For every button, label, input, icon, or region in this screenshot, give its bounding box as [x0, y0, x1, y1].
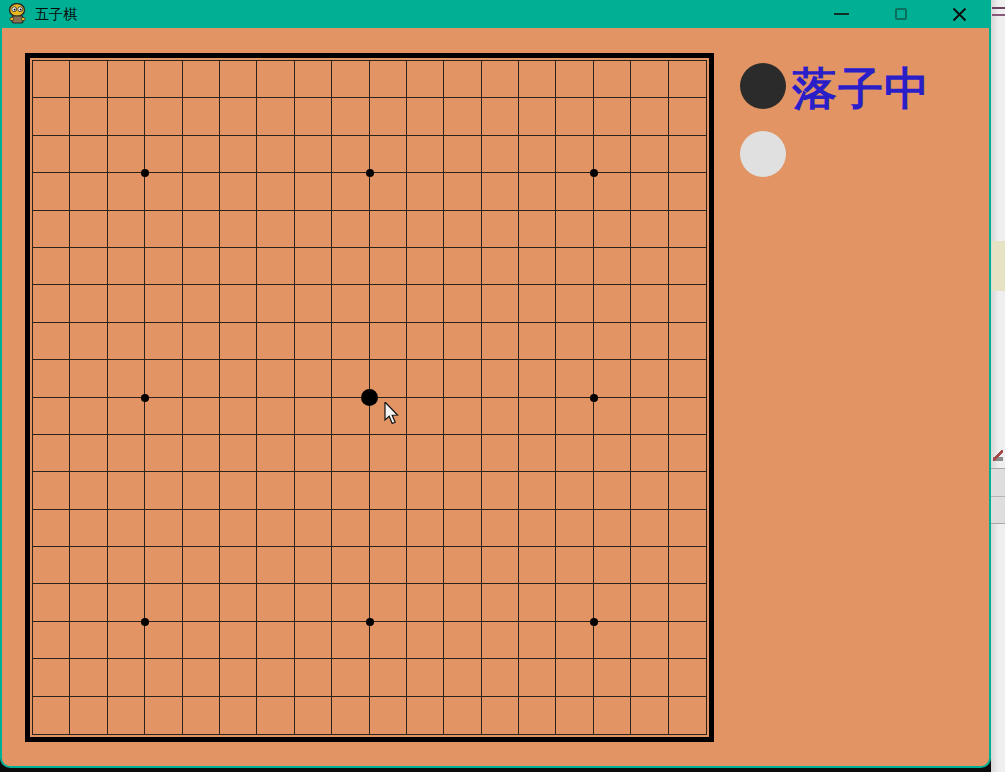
board-cell[interactable] — [183, 435, 220, 472]
board-cell[interactable] — [257, 584, 294, 621]
close-button[interactable] — [942, 0, 976, 28]
board-cell[interactable] — [631, 98, 668, 135]
board-cell[interactable] — [145, 61, 182, 98]
board-cell[interactable] — [220, 547, 257, 584]
board-cell[interactable] — [295, 98, 332, 135]
board-cell[interactable] — [444, 248, 481, 285]
board-cell[interactable] — [370, 323, 407, 360]
board-cell[interactable] — [594, 697, 631, 734]
board-cell[interactable] — [33, 622, 70, 659]
board-cell[interactable] — [669, 173, 706, 210]
board-cell[interactable] — [220, 173, 257, 210]
board-cell[interactable] — [556, 136, 593, 173]
board-cell[interactable] — [220, 211, 257, 248]
board-cell[interactable] — [556, 659, 593, 696]
board-cell[interactable] — [482, 248, 519, 285]
board-cell[interactable] — [631, 547, 668, 584]
board-cell[interactable] — [594, 510, 631, 547]
board-cell[interactable] — [556, 398, 593, 435]
board-cell[interactable] — [444, 622, 481, 659]
board-cell[interactable] — [631, 510, 668, 547]
board-cell[interactable] — [370, 659, 407, 696]
board-cell[interactable] — [631, 435, 668, 472]
background-window-edge[interactable] — [991, 0, 1005, 772]
board-cell[interactable] — [33, 360, 70, 397]
board-cell[interactable] — [183, 360, 220, 397]
board-cell[interactable] — [370, 547, 407, 584]
board-cell[interactable] — [669, 248, 706, 285]
board-cell[interactable] — [669, 510, 706, 547]
board-cell[interactable] — [669, 659, 706, 696]
black-stone[interactable] — [361, 389, 378, 406]
board-cell[interactable] — [295, 435, 332, 472]
board-cell[interactable] — [108, 659, 145, 696]
board-cell[interactable] — [519, 248, 556, 285]
board-cell[interactable] — [183, 136, 220, 173]
board-cell[interactable] — [594, 435, 631, 472]
board-cell[interactable] — [183, 173, 220, 210]
board-cell[interactable] — [332, 584, 369, 621]
board-cell[interactable] — [556, 211, 593, 248]
board-cell[interactable] — [332, 173, 369, 210]
board-cell[interactable] — [482, 435, 519, 472]
board-cell[interactable] — [556, 360, 593, 397]
board-cell[interactable] — [295, 510, 332, 547]
board-cell[interactable] — [556, 697, 593, 734]
board-cell[interactable] — [145, 547, 182, 584]
board-cell[interactable] — [631, 285, 668, 322]
board-cell[interactable] — [332, 248, 369, 285]
board-cell[interactable] — [631, 248, 668, 285]
board-cell[interactable] — [482, 697, 519, 734]
board-cell[interactable] — [257, 285, 294, 322]
board-cell[interactable] — [556, 472, 593, 509]
board-cell[interactable] — [332, 136, 369, 173]
board-cell[interactable] — [108, 360, 145, 397]
board-cell[interactable] — [33, 211, 70, 248]
board-cell[interactable] — [631, 136, 668, 173]
board-cell[interactable] — [519, 211, 556, 248]
board-cell[interactable] — [631, 584, 668, 621]
board-cell[interactable] — [370, 472, 407, 509]
board-cell[interactable] — [220, 323, 257, 360]
board-cell[interactable] — [220, 472, 257, 509]
board-cell[interactable] — [444, 285, 481, 322]
board-cell[interactable] — [295, 360, 332, 397]
board-cell[interactable] — [332, 547, 369, 584]
board-cell[interactable] — [556, 435, 593, 472]
board-cell[interactable] — [556, 547, 593, 584]
board-cell[interactable] — [669, 285, 706, 322]
board-cell[interactable] — [70, 323, 107, 360]
board-cell[interactable] — [519, 472, 556, 509]
board-cell[interactable] — [407, 697, 444, 734]
board-cell[interactable] — [407, 510, 444, 547]
board-cell[interactable] — [295, 61, 332, 98]
board-cell[interactable] — [407, 248, 444, 285]
board-cell[interactable] — [407, 360, 444, 397]
board-cell[interactable] — [519, 697, 556, 734]
board-cell[interactable] — [257, 136, 294, 173]
board-cell[interactable] — [332, 435, 369, 472]
board-cell[interactable] — [444, 584, 481, 621]
board-cell[interactable] — [631, 61, 668, 98]
board-cell[interactable] — [370, 584, 407, 621]
board-cell[interactable] — [594, 61, 631, 98]
board-cell[interactable] — [631, 360, 668, 397]
board-cell[interactable] — [145, 622, 182, 659]
board-cell[interactable] — [669, 136, 706, 173]
board-cell[interactable] — [257, 435, 294, 472]
board-cell[interactable] — [295, 697, 332, 734]
board-cell[interactable] — [482, 472, 519, 509]
board-cell[interactable] — [556, 98, 593, 135]
board-cell[interactable] — [482, 323, 519, 360]
board-cell[interactable] — [444, 398, 481, 435]
board-cell[interactable] — [631, 398, 668, 435]
board-cell[interactable] — [482, 285, 519, 322]
board-cell[interactable] — [257, 61, 294, 98]
board-cell[interactable] — [594, 547, 631, 584]
board-cell[interactable] — [220, 136, 257, 173]
board-cell[interactable] — [295, 136, 332, 173]
board-cell[interactable] — [444, 173, 481, 210]
board-cell[interactable] — [145, 98, 182, 135]
board-cell[interactable] — [108, 697, 145, 734]
board-cell[interactable] — [556, 285, 593, 322]
board-cell[interactable] — [145, 435, 182, 472]
board-cell[interactable] — [556, 61, 593, 98]
board-cell[interactable] — [145, 697, 182, 734]
board-cell[interactable] — [70, 98, 107, 135]
board-cell[interactable] — [257, 622, 294, 659]
board-cell[interactable] — [482, 659, 519, 696]
board-cell[interactable] — [108, 398, 145, 435]
board-cell[interactable] — [594, 173, 631, 210]
board-cell[interactable] — [108, 173, 145, 210]
board-cell[interactable] — [519, 61, 556, 98]
board-cell[interactable] — [220, 98, 257, 135]
board-cell[interactable] — [220, 398, 257, 435]
board-cell[interactable] — [594, 472, 631, 509]
board-cell[interactable] — [669, 211, 706, 248]
board-cell[interactable] — [183, 98, 220, 135]
board-cell[interactable] — [183, 285, 220, 322]
board-cell[interactable] — [257, 398, 294, 435]
board-cell[interactable] — [257, 697, 294, 734]
board-cell[interactable] — [669, 584, 706, 621]
board-cell[interactable] — [556, 248, 593, 285]
board-cell[interactable] — [669, 697, 706, 734]
board-cell[interactable] — [631, 173, 668, 210]
board-cell[interactable] — [108, 547, 145, 584]
board-cell[interactable] — [220, 697, 257, 734]
board-cell[interactable] — [70, 61, 107, 98]
board-cell[interactable] — [108, 435, 145, 472]
board-cell[interactable] — [108, 211, 145, 248]
board-cell[interactable] — [257, 211, 294, 248]
board-cell[interactable] — [145, 323, 182, 360]
board-cell[interactable] — [33, 584, 70, 621]
board-cell[interactable] — [594, 285, 631, 322]
board-cell[interactable] — [108, 323, 145, 360]
board-cell[interactable] — [108, 584, 145, 621]
board-cell[interactable] — [444, 360, 481, 397]
board-cell[interactable] — [669, 435, 706, 472]
board-cell[interactable] — [482, 510, 519, 547]
board-cell[interactable] — [257, 510, 294, 547]
board-cell[interactable] — [108, 136, 145, 173]
board-cell[interactable] — [108, 622, 145, 659]
board-cell[interactable] — [220, 360, 257, 397]
board-cell[interactable] — [295, 285, 332, 322]
board-cell[interactable] — [70, 547, 107, 584]
board-cell[interactable] — [70, 622, 107, 659]
board-cell[interactable] — [407, 584, 444, 621]
board-cell[interactable] — [519, 173, 556, 210]
board-cell[interactable] — [108, 510, 145, 547]
board-cell[interactable] — [370, 211, 407, 248]
board-cell[interactable] — [220, 584, 257, 621]
board-cell[interactable] — [482, 360, 519, 397]
board-cell[interactable] — [594, 248, 631, 285]
board-cell[interactable] — [33, 285, 70, 322]
board-cell[interactable] — [332, 697, 369, 734]
board-cell[interactable] — [444, 323, 481, 360]
board-cell[interactable] — [220, 285, 257, 322]
board-cell[interactable] — [183, 61, 220, 98]
board-cell[interactable] — [33, 398, 70, 435]
board-cell[interactable] — [183, 248, 220, 285]
board-cell[interactable] — [70, 285, 107, 322]
board-cell[interactable] — [519, 360, 556, 397]
board-cell[interactable] — [444, 61, 481, 98]
board-cell[interactable] — [556, 510, 593, 547]
board-cell[interactable] — [482, 211, 519, 248]
board-cell[interactable] — [482, 547, 519, 584]
board-cell[interactable] — [407, 136, 444, 173]
board-cell[interactable] — [108, 285, 145, 322]
board-cell[interactable] — [33, 323, 70, 360]
board-cell[interactable] — [257, 472, 294, 509]
board-cell[interactable] — [183, 584, 220, 621]
board-cell[interactable] — [407, 173, 444, 210]
board-cell[interactable] — [70, 659, 107, 696]
board-cell[interactable] — [257, 547, 294, 584]
board-cell[interactable] — [594, 98, 631, 135]
board-cell[interactable] — [444, 472, 481, 509]
board-cell[interactable] — [70, 136, 107, 173]
board-cell[interactable] — [70, 398, 107, 435]
board-cell[interactable] — [257, 323, 294, 360]
board-cell[interactable] — [370, 173, 407, 210]
board-cell[interactable] — [519, 659, 556, 696]
board-cell[interactable] — [594, 398, 631, 435]
board-cell[interactable] — [145, 136, 182, 173]
board-cell[interactable] — [669, 472, 706, 509]
board-cell[interactable] — [33, 98, 70, 135]
board-cell[interactable] — [332, 211, 369, 248]
board-cell[interactable] — [407, 61, 444, 98]
board-cell[interactable] — [332, 659, 369, 696]
board-cell[interactable] — [145, 285, 182, 322]
board-cell[interactable] — [669, 398, 706, 435]
board-cell[interactable] — [482, 173, 519, 210]
board-cell[interactable] — [295, 173, 332, 210]
board-cell[interactable] — [594, 360, 631, 397]
board-cell[interactable] — [332, 61, 369, 98]
board-cell[interactable] — [70, 173, 107, 210]
board-cell[interactable] — [295, 211, 332, 248]
board-cell[interactable] — [594, 323, 631, 360]
board-cell[interactable] — [482, 622, 519, 659]
board-cell[interactable] — [145, 659, 182, 696]
board-cell[interactable] — [370, 510, 407, 547]
board-cell[interactable] — [444, 98, 481, 135]
board-cell[interactable] — [444, 211, 481, 248]
board-cell[interactable] — [444, 659, 481, 696]
board-cell[interactable] — [407, 547, 444, 584]
board-cell[interactable] — [70, 697, 107, 734]
board-cell[interactable] — [407, 398, 444, 435]
board-cell[interactable] — [370, 136, 407, 173]
board-cell[interactable] — [444, 547, 481, 584]
board-cell[interactable] — [594, 622, 631, 659]
board-cell[interactable] — [631, 622, 668, 659]
board-cell[interactable] — [370, 697, 407, 734]
board-cell[interactable] — [631, 697, 668, 734]
board-cell[interactable] — [70, 510, 107, 547]
board-cell[interactable] — [295, 622, 332, 659]
board-cell[interactable] — [332, 285, 369, 322]
board-cell[interactable] — [70, 435, 107, 472]
board-cell[interactable] — [370, 248, 407, 285]
board-cell[interactable] — [482, 136, 519, 173]
board-cell[interactable] — [183, 398, 220, 435]
board-cell[interactable] — [33, 472, 70, 509]
board-cell[interactable] — [33, 697, 70, 734]
board-cell[interactable] — [519, 584, 556, 621]
board-cell[interactable] — [669, 547, 706, 584]
board-cell[interactable] — [332, 510, 369, 547]
board-cell[interactable] — [519, 435, 556, 472]
board-cell[interactable] — [444, 136, 481, 173]
board-cell[interactable] — [594, 584, 631, 621]
board-cell[interactable] — [295, 248, 332, 285]
board-cell[interactable] — [444, 435, 481, 472]
board-cell[interactable] — [370, 622, 407, 659]
board-cell[interactable] — [482, 98, 519, 135]
board-cell[interactable] — [332, 98, 369, 135]
board-cell[interactable] — [594, 211, 631, 248]
board-cell[interactable] — [145, 211, 182, 248]
board-cell[interactable] — [594, 136, 631, 173]
board-cell[interactable] — [407, 323, 444, 360]
board-cell[interactable] — [108, 98, 145, 135]
board-cell[interactable] — [519, 622, 556, 659]
board-cell[interactable] — [444, 697, 481, 734]
board-cell[interactable] — [183, 547, 220, 584]
board-cell[interactable] — [407, 435, 444, 472]
board-cell[interactable] — [70, 472, 107, 509]
board-cell[interactable] — [257, 173, 294, 210]
board-cell[interactable] — [594, 659, 631, 696]
board-cell[interactable] — [519, 510, 556, 547]
board-cell[interactable] — [631, 472, 668, 509]
board-cell[interactable] — [145, 248, 182, 285]
board-cell[interactable] — [556, 323, 593, 360]
board-cell[interactable] — [370, 98, 407, 135]
board-cell[interactable] — [33, 136, 70, 173]
board-cell[interactable] — [70, 360, 107, 397]
board-cell[interactable] — [332, 323, 369, 360]
board-cell[interactable] — [482, 398, 519, 435]
board-cell[interactable] — [482, 61, 519, 98]
board-cell[interactable] — [519, 285, 556, 322]
board-cell[interactable] — [70, 584, 107, 621]
board-cell[interactable] — [482, 584, 519, 621]
board-cell[interactable] — [295, 323, 332, 360]
board-cell[interactable] — [631, 323, 668, 360]
board-cell[interactable] — [183, 323, 220, 360]
board-cell[interactable] — [33, 659, 70, 696]
board-cell[interactable] — [669, 98, 706, 135]
board-cell[interactable] — [556, 173, 593, 210]
board-cell[interactable] — [183, 659, 220, 696]
board-cell[interactable] — [220, 510, 257, 547]
board-cell[interactable] — [556, 622, 593, 659]
board-cell[interactable] — [295, 547, 332, 584]
board-cell[interactable] — [33, 510, 70, 547]
board-cell[interactable] — [519, 98, 556, 135]
board-cell[interactable] — [33, 435, 70, 472]
board-cell[interactable] — [145, 472, 182, 509]
board-cell[interactable] — [183, 697, 220, 734]
board-cell[interactable] — [444, 510, 481, 547]
board-cell[interactable] — [370, 285, 407, 322]
board-cell[interactable] — [145, 398, 182, 435]
board-cell[interactable] — [33, 61, 70, 98]
board-cell[interactable] — [519, 398, 556, 435]
board-cell[interactable] — [145, 584, 182, 621]
board-cell[interactable] — [257, 98, 294, 135]
board-cell[interactable] — [519, 136, 556, 173]
minimize-button[interactable] — [824, 0, 858, 28]
board-cell[interactable] — [257, 248, 294, 285]
board-cell[interactable] — [407, 98, 444, 135]
board-cell[interactable] — [669, 360, 706, 397]
board-cell[interactable] — [145, 510, 182, 547]
board-cell[interactable] — [407, 622, 444, 659]
board-cell[interactable] — [108, 472, 145, 509]
board-cell[interactable] — [631, 211, 668, 248]
board-cell[interactable] — [183, 211, 220, 248]
board-cell[interactable] — [183, 472, 220, 509]
board-cell[interactable] — [33, 248, 70, 285]
board-cell[interactable] — [108, 248, 145, 285]
board-cell[interactable] — [220, 61, 257, 98]
board-cell[interactable] — [295, 584, 332, 621]
board-cell[interactable] — [145, 173, 182, 210]
board-cell[interactable] — [33, 173, 70, 210]
board-cell[interactable] — [631, 659, 668, 696]
board-cell[interactable] — [295, 659, 332, 696]
board-cell[interactable] — [407, 285, 444, 322]
board-cell[interactable] — [407, 472, 444, 509]
board-cell[interactable] — [407, 211, 444, 248]
board-cell[interactable] — [669, 323, 706, 360]
board-cell[interactable] — [70, 248, 107, 285]
